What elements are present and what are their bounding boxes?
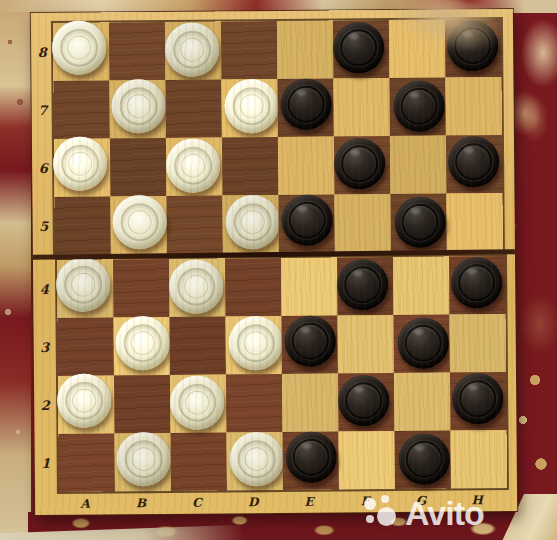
square-d4[interactable] [225,258,282,316]
square-g5[interactable] [390,193,447,251]
square-f3[interactable] [337,315,394,373]
square-h7[interactable] [445,77,502,135]
black-piece-g7[interactable] [393,80,444,131]
white-piece-b1[interactable] [116,432,170,486]
rank-label-8: 8 [31,23,54,81]
square-e1[interactable] [282,431,339,489]
black-piece-e1[interactable] [285,431,336,482]
avito-logo-icon [363,494,401,532]
white-piece-a4[interactable] [56,257,110,311]
square-a3[interactable] [57,317,114,375]
white-piece-c8[interactable] [165,22,219,76]
square-h4[interactable] [449,256,506,314]
rank-label-2: 2 [34,376,57,434]
square-g4[interactable] [393,256,450,314]
square-g1[interactable] [394,430,451,488]
square-b6[interactable] [110,138,167,196]
square-a4[interactable] [57,259,114,317]
carpet-ornament-top-right [511,8,557,158]
black-piece-g5[interactable] [394,196,445,247]
square-a1[interactable] [58,433,115,491]
square-a5[interactable] [54,196,111,254]
square-c7[interactable] [165,79,222,137]
white-piece-a8[interactable] [52,20,106,74]
square-c4[interactable] [169,258,226,316]
square-e3[interactable] [281,315,338,373]
black-piece-e5[interactable] [281,194,332,245]
square-g8[interactable] [389,19,446,77]
rank-label-1: 1 [34,434,57,492]
square-b4[interactable] [113,259,170,317]
rank-label-4: 4 [33,260,56,318]
square-b5[interactable] [110,196,167,254]
square-e6[interactable] [278,136,335,194]
square-c6[interactable] [166,137,223,195]
white-piece-d1[interactable] [229,432,283,486]
square-f2[interactable] [338,373,395,431]
white-piece-c2[interactable] [170,375,224,429]
black-piece-h4[interactable] [450,257,501,308]
square-b1[interactable] [114,433,171,491]
square-f7[interactable] [333,78,390,136]
square-e5[interactable] [278,194,335,252]
square-e8[interactable] [277,20,334,78]
avito-watermark: Avito [363,494,484,532]
square-c5[interactable] [166,195,223,253]
square-d1[interactable] [226,432,283,490]
file-label-a: A [57,492,113,513]
white-piece-d7[interactable] [224,79,278,133]
square-d6[interactable] [222,137,279,195]
square-f6[interactable] [334,136,391,194]
square-b2[interactable] [114,375,171,433]
square-d8[interactable] [221,21,278,79]
square-d2[interactable] [226,374,283,432]
file-label-e: E [281,490,337,511]
square-b8[interactable] [109,22,166,80]
white-piece-b3[interactable] [115,316,169,370]
square-h6[interactable] [446,135,503,193]
watermark-text: Avito [405,494,484,532]
file-label-d: D [225,491,281,512]
file-label-c: C [169,491,225,512]
black-piece-f8[interactable] [332,22,383,73]
square-f8[interactable] [333,20,390,78]
black-piece-f2[interactable] [337,375,388,426]
square-c1[interactable] [170,432,227,490]
rank-label-7: 7 [31,81,54,139]
rank-labels-bottom: 4321 [33,260,57,492]
square-f4[interactable] [337,257,394,315]
square-a6[interactable] [54,138,111,196]
square-a2[interactable] [58,375,115,433]
white-piece-b5[interactable] [112,195,166,249]
white-piece-d3[interactable] [228,316,282,370]
square-c2[interactable] [170,374,227,432]
board-bottom-half [57,256,507,492]
square-c3[interactable] [169,316,226,374]
square-a8[interactable] [53,22,110,80]
black-piece-h8[interactable] [446,20,497,71]
white-piece-d5[interactable] [225,195,279,249]
rank-label-5: 5 [32,197,55,255]
checkers-board: 8765 4321 ABCDEFGH [31,9,517,515]
white-piece-a6[interactable] [53,136,107,190]
square-h5[interactable] [446,193,503,251]
rank-label-3: 3 [33,318,56,376]
white-piece-c4[interactable] [169,259,223,313]
rank-label-6: 6 [32,139,55,197]
square-g2[interactable] [394,372,451,430]
square-b7[interactable] [109,80,166,138]
black-piece-g1[interactable] [398,433,449,484]
square-d3[interactable] [225,316,282,374]
rank-labels-top: 8765 [31,23,55,255]
black-piece-e7[interactable] [280,78,331,129]
square-h2[interactable] [450,372,507,430]
board-top-half [53,19,503,255]
square-f5[interactable] [334,194,391,252]
white-piece-b7[interactable] [111,79,165,133]
fabric-left-strip [0,12,31,540]
black-piece-h2[interactable] [451,373,502,424]
black-piece-f6[interactable] [333,138,384,189]
black-piece-e3[interactable] [284,315,335,366]
square-e4[interactable] [281,257,338,315]
square-g6[interactable] [390,135,447,193]
square-h8[interactable] [445,19,502,77]
square-d7[interactable] [221,79,278,137]
square-h1[interactable] [450,430,507,488]
black-piece-f4[interactable] [336,259,387,310]
file-label-b: B [113,492,169,513]
square-g3[interactable] [393,314,450,372]
square-e7[interactable] [277,78,334,136]
square-g7[interactable] [389,77,446,135]
black-piece-g3[interactable] [397,317,448,368]
square-a7[interactable] [53,80,110,138]
square-f1[interactable] [338,431,395,489]
square-e2[interactable] [282,373,339,431]
black-piece-h6[interactable] [447,136,498,187]
white-piece-c6[interactable] [166,138,220,192]
square-d5[interactable] [222,195,279,253]
square-h3[interactable] [449,314,506,372]
white-piece-a2[interactable] [57,373,111,427]
square-c8[interactable] [165,21,222,79]
square-b3[interactable] [113,317,170,375]
